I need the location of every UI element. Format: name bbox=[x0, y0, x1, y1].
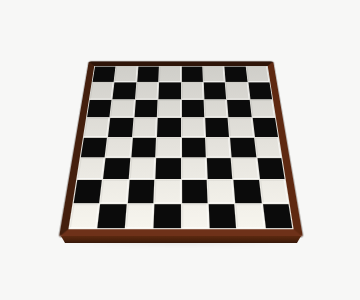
square-b7[interactable] bbox=[113, 83, 136, 99]
square-f6[interactable] bbox=[204, 100, 227, 117]
square-c6[interactable] bbox=[134, 100, 157, 117]
square-e8[interactable] bbox=[181, 67, 202, 82]
square-g8[interactable] bbox=[225, 67, 248, 82]
square-a5[interactable] bbox=[84, 118, 110, 137]
square-d6[interactable] bbox=[158, 100, 181, 117]
chessboard bbox=[59, 61, 303, 236]
square-b4[interactable] bbox=[106, 137, 132, 157]
square-e6[interactable] bbox=[181, 100, 204, 117]
square-f7[interactable] bbox=[204, 83, 227, 99]
square-e3[interactable] bbox=[182, 158, 207, 179]
square-g2[interactable] bbox=[234, 180, 262, 203]
square-g7[interactable] bbox=[226, 83, 249, 99]
scene bbox=[0, 0, 360, 300]
square-e4[interactable] bbox=[182, 137, 206, 157]
square-b6[interactable] bbox=[111, 100, 135, 117]
square-d5[interactable] bbox=[157, 118, 180, 137]
square-f2[interactable] bbox=[208, 180, 235, 203]
square-c7[interactable] bbox=[136, 83, 159, 99]
square-d8[interactable] bbox=[159, 67, 180, 82]
square-e1[interactable] bbox=[182, 204, 209, 228]
square-c4[interactable] bbox=[131, 137, 156, 157]
square-a6[interactable] bbox=[87, 100, 112, 117]
square-d2[interactable] bbox=[155, 180, 181, 203]
square-a2[interactable] bbox=[74, 180, 103, 203]
square-e5[interactable] bbox=[181, 118, 204, 137]
square-h4[interactable] bbox=[255, 137, 281, 157]
square-a7[interactable] bbox=[90, 83, 114, 99]
square-g4[interactable] bbox=[230, 137, 256, 157]
square-a3[interactable] bbox=[77, 158, 104, 179]
square-a4[interactable] bbox=[81, 137, 107, 157]
square-h6[interactable] bbox=[250, 100, 275, 117]
square-b2[interactable] bbox=[101, 180, 129, 203]
square-c1[interactable] bbox=[126, 204, 154, 228]
square-f3[interactable] bbox=[207, 158, 233, 179]
board-front-edge bbox=[59, 236, 303, 243]
square-f1[interactable] bbox=[209, 204, 237, 228]
square-b5[interactable] bbox=[108, 118, 133, 137]
square-c3[interactable] bbox=[129, 158, 155, 179]
square-g6[interactable] bbox=[227, 100, 251, 117]
square-h8[interactable] bbox=[246, 67, 269, 82]
square-c5[interactable] bbox=[133, 118, 157, 137]
square-b8[interactable] bbox=[115, 67, 138, 82]
square-d4[interactable] bbox=[156, 137, 180, 157]
square-b3[interactable] bbox=[103, 158, 130, 179]
square-a1[interactable] bbox=[70, 204, 100, 228]
square-e7[interactable] bbox=[181, 83, 203, 99]
square-d3[interactable] bbox=[155, 158, 180, 179]
square-h5[interactable] bbox=[252, 118, 278, 137]
square-h3[interactable] bbox=[257, 158, 284, 179]
square-c8[interactable] bbox=[137, 67, 159, 82]
square-f5[interactable] bbox=[205, 118, 229, 137]
square-b1[interactable] bbox=[98, 204, 127, 228]
square-e2[interactable] bbox=[182, 180, 208, 203]
square-c2[interactable] bbox=[128, 180, 155, 203]
square-h7[interactable] bbox=[248, 83, 272, 99]
square-f8[interactable] bbox=[203, 67, 225, 82]
square-a8[interactable] bbox=[93, 67, 116, 82]
square-d7[interactable] bbox=[159, 83, 181, 99]
square-g3[interactable] bbox=[232, 158, 259, 179]
board-grid bbox=[68, 66, 293, 229]
square-g1[interactable] bbox=[236, 204, 265, 228]
square-g5[interactable] bbox=[229, 118, 254, 137]
square-h2[interactable] bbox=[260, 180, 289, 203]
square-d1[interactable] bbox=[154, 204, 181, 228]
square-f4[interactable] bbox=[206, 137, 231, 157]
square-h1[interactable] bbox=[263, 204, 293, 228]
